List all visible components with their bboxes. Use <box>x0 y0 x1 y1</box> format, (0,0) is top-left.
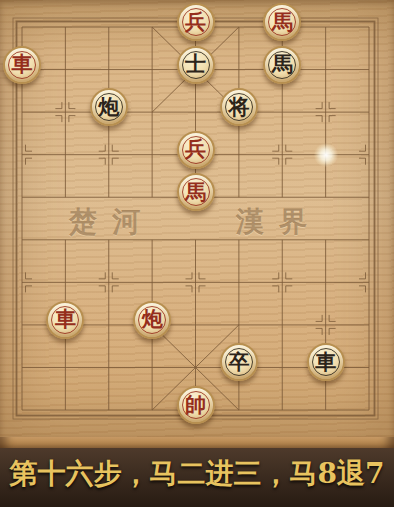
river-label-left: 楚河 <box>69 203 155 241</box>
piece-glyph: 車 <box>12 53 33 74</box>
piece-red-soldier[interactable]: 兵 <box>177 3 215 41</box>
piece-black-chariot[interactable]: 車 <box>307 343 345 381</box>
piece-black-advisor[interactable]: 士 <box>177 46 215 84</box>
piece-glyph: 馬 <box>185 181 206 202</box>
move-banner-text: 第十六步，马二进三，马8退7 <box>10 455 385 493</box>
piece-glyph: 帥 <box>185 394 206 415</box>
piece-red-horse[interactable]: 馬 <box>177 173 215 211</box>
xiangqi-board[interactable]: 楚河 漢界 兵馬車士馬炮将兵馬車炮卒車帥 <box>0 0 394 437</box>
piece-black-horse[interactable]: 馬 <box>263 46 301 84</box>
piece-glyph: 炮 <box>142 308 163 329</box>
piece-glyph: 車 <box>55 308 76 329</box>
piece-glyph: 士 <box>185 53 206 74</box>
xiangqi-app: 楚河 漢界 兵馬車士馬炮将兵馬車炮卒車帥 第十六步，马二进三，马8退7 <box>0 0 394 507</box>
piece-red-chariot[interactable]: 車 <box>3 46 41 84</box>
piece-glyph: 馬 <box>272 11 293 32</box>
board-front-edge <box>0 437 394 448</box>
piece-black-cannon[interactable]: 炮 <box>90 88 128 126</box>
piece-red-cannon[interactable]: 炮 <box>133 301 171 339</box>
last-move-marker <box>314 143 338 167</box>
piece-black-general[interactable]: 将 <box>220 88 258 126</box>
piece-glyph: 車 <box>315 351 336 372</box>
piece-red-soldier[interactable]: 兵 <box>177 131 215 169</box>
move-banner: 第十六步，马二进三，马8退7 <box>0 448 394 507</box>
piece-glyph: 兵 <box>185 138 206 159</box>
river-label-right: 漢界 <box>236 203 322 241</box>
piece-red-horse[interactable]: 馬 <box>263 3 301 41</box>
piece-glyph: 将 <box>228 96 249 117</box>
piece-glyph: 炮 <box>98 96 119 117</box>
piece-glyph: 卒 <box>228 351 249 372</box>
piece-glyph: 馬 <box>272 53 293 74</box>
piece-glyph: 兵 <box>185 11 206 32</box>
piece-red-general[interactable]: 帥 <box>177 386 215 424</box>
